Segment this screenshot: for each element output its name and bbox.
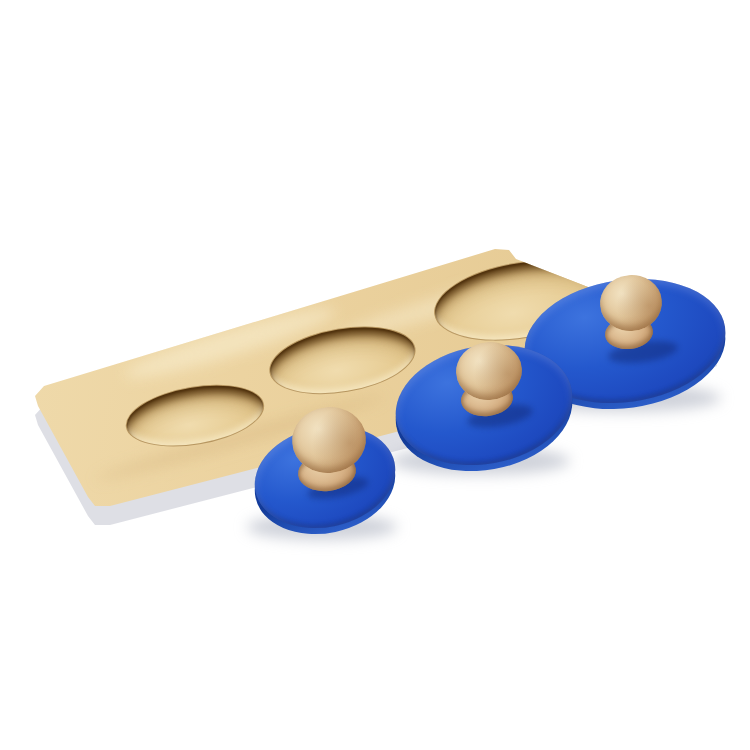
socket-medium[interactable] <box>264 317 421 405</box>
socket-small[interactable] <box>121 376 269 456</box>
puzzle-photo-scene <box>0 0 750 750</box>
